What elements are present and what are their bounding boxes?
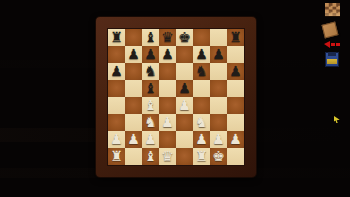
piece-white-pawn[interactable]: ♟	[142, 131, 159, 148]
piece-black-rook[interactable]: ♜	[227, 29, 244, 46]
square-a1[interactable]: ♜	[108, 148, 125, 165]
square-b8[interactable]	[125, 29, 142, 46]
piece-black-knight[interactable]: ♞	[142, 63, 159, 80]
square-g2[interactable]: ♟	[210, 131, 227, 148]
piece-white-pawn[interactable]: ♟	[193, 131, 210, 148]
square-c2[interactable]: ♟	[142, 131, 159, 148]
board-grid: ♜♝♛♚♜♟♟♟♟♟♟♞♞♟♝♟♝♟♞♟♞♟♟♟♟♟♟♜♝♛♜♚	[108, 29, 244, 165]
piece-white-rook[interactable]: ♜	[108, 148, 125, 165]
square-a7[interactable]	[108, 46, 125, 63]
square-c5[interactable]: ♝	[142, 80, 159, 97]
piece-white-knight[interactable]: ♞	[193, 114, 210, 131]
square-d3[interactable]: ♟	[159, 114, 176, 131]
square-c1[interactable]: ♝	[142, 148, 159, 165]
chess-board: ♜♝♛♚♜♟♟♟♟♟♟♞♞♟♝♟♝♟♞♟♞♟♟♟♟♟♟♜♝♛♜♚	[96, 17, 256, 177]
square-f8[interactable]	[193, 29, 210, 46]
square-e8[interactable]: ♚	[176, 29, 193, 46]
square-g4[interactable]	[210, 97, 227, 114]
undo-arrow-icon[interactable]	[324, 41, 341, 48]
piece-white-pawn[interactable]: ♟	[227, 131, 244, 148]
square-a6[interactable]: ♟	[108, 63, 125, 80]
square-a3[interactable]	[108, 114, 125, 131]
square-d1[interactable]: ♛	[159, 148, 176, 165]
square-e4[interactable]: ♟	[176, 97, 193, 114]
square-g7[interactable]: ♟	[210, 46, 227, 63]
piece-white-knight[interactable]: ♞	[142, 114, 159, 131]
square-h5[interactable]	[227, 80, 244, 97]
piece-black-pawn[interactable]: ♟	[159, 46, 176, 63]
piece-white-pawn[interactable]: ♟	[176, 97, 193, 114]
square-f3[interactable]: ♞	[193, 114, 210, 131]
square-b1[interactable]	[125, 148, 142, 165]
square-b5[interactable]	[125, 80, 142, 97]
piece-black-pawn[interactable]: ♟	[125, 46, 142, 63]
square-f5[interactable]	[193, 80, 210, 97]
square-b2[interactable]: ♟	[125, 131, 142, 148]
square-f2[interactable]: ♟	[193, 131, 210, 148]
piece-black-queen[interactable]: ♛	[159, 29, 176, 46]
square-h2[interactable]: ♟	[227, 131, 244, 148]
undo-arrow-head	[324, 41, 330, 48]
square-c7[interactable]: ♟	[142, 46, 159, 63]
piece-black-pawn[interactable]: ♟	[193, 46, 210, 63]
square-b6[interactable]	[125, 63, 142, 80]
piece-white-pawn[interactable]: ♟	[210, 131, 227, 148]
piece-black-rook[interactable]: ♜	[108, 29, 125, 46]
square-a8[interactable]: ♜	[108, 29, 125, 46]
square-d2[interactable]	[159, 131, 176, 148]
square-a5[interactable]	[108, 80, 125, 97]
square-b4[interactable]	[125, 97, 142, 114]
square-a2[interactable]: ♟	[108, 131, 125, 148]
piece-black-pawn[interactable]: ♟	[176, 80, 193, 97]
piece-black-pawn[interactable]: ♟	[210, 46, 227, 63]
square-h3[interactable]	[227, 114, 244, 131]
square-d7[interactable]: ♟	[159, 46, 176, 63]
piece-black-pawn[interactable]: ♟	[227, 63, 244, 80]
piece-white-bishop[interactable]: ♝	[142, 148, 159, 165]
piece-black-pawn[interactable]: ♟	[108, 63, 125, 80]
square-g3[interactable]	[210, 114, 227, 131]
square-f7[interactable]: ♟	[193, 46, 210, 63]
square-f6[interactable]: ♞	[193, 63, 210, 80]
square-g8[interactable]	[210, 29, 227, 46]
piece-white-king[interactable]: ♚	[210, 148, 227, 165]
square-c8[interactable]: ♝	[142, 29, 159, 46]
piece-white-pawn[interactable]: ♟	[108, 131, 125, 148]
square-h8[interactable]: ♜	[227, 29, 244, 46]
square-h4[interactable]	[227, 97, 244, 114]
piece-black-pawn[interactable]: ♟	[142, 46, 159, 63]
square-c6[interactable]: ♞	[142, 63, 159, 80]
square-e3[interactable]	[176, 114, 193, 131]
piece-white-bishop[interactable]: ♝	[142, 97, 159, 114]
piece-white-pawn[interactable]: ♟	[125, 131, 142, 148]
square-b7[interactable]: ♟	[125, 46, 142, 63]
square-e7[interactable]	[176, 46, 193, 63]
save-icon-label	[327, 59, 337, 64]
square-g1[interactable]: ♚	[210, 148, 227, 165]
save-icon-shutter	[328, 52, 336, 56]
piece-black-bishop[interactable]: ♝	[142, 80, 159, 97]
tilted-board-icon[interactable]	[322, 22, 339, 39]
square-d6[interactable]	[159, 63, 176, 80]
square-d5[interactable]	[159, 80, 176, 97]
square-d4[interactable]	[159, 97, 176, 114]
save-icon[interactable]	[325, 52, 339, 67]
undo-arrow-dash	[331, 43, 335, 46]
square-a4[interactable]	[108, 97, 125, 114]
piece-white-queen[interactable]: ♛	[159, 148, 176, 165]
square-d8[interactable]: ♛	[159, 29, 176, 46]
board-icon[interactable]	[325, 3, 340, 16]
square-h1[interactable]	[227, 148, 244, 165]
square-c3[interactable]: ♞	[142, 114, 159, 131]
square-e6[interactable]	[176, 63, 193, 80]
piece-white-rook[interactable]: ♜	[193, 148, 210, 165]
square-g6[interactable]	[210, 63, 227, 80]
square-b3[interactable]	[125, 114, 142, 131]
square-h7[interactable]	[227, 46, 244, 63]
pointer-cursor	[334, 116, 340, 123]
square-e5[interactable]: ♟	[176, 80, 193, 97]
piece-black-king[interactable]: ♚	[176, 29, 193, 46]
undo-arrow-dash	[336, 43, 340, 46]
square-h6[interactable]: ♟	[227, 63, 244, 80]
app-screen: ♜♝♛♚♜♟♟♟♟♟♟♞♞♟♝♟♝♟♞♟♞♟♟♟♟♟♟♜♝♛♜♚	[0, 0, 350, 197]
piece-black-knight[interactable]: ♞	[193, 63, 210, 80]
square-f4[interactable]	[193, 97, 210, 114]
square-f1[interactable]: ♜	[193, 148, 210, 165]
square-e1[interactable]	[176, 148, 193, 165]
square-g5[interactable]	[210, 80, 227, 97]
piece-white-pawn[interactable]: ♟	[159, 114, 176, 131]
square-c4[interactable]: ♝	[142, 97, 159, 114]
piece-black-bishop[interactable]: ♝	[142, 29, 159, 46]
square-e2[interactable]	[176, 131, 193, 148]
